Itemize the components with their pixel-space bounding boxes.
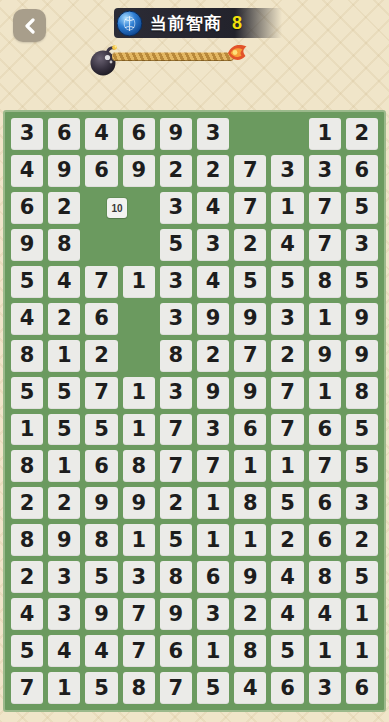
tile[interactable]: 3 (309, 672, 341, 704)
tile[interactable]: 3 (271, 155, 303, 187)
tile[interactable]: 2 (48, 192, 80, 224)
tile[interactable]: 9 (234, 377, 266, 409)
tile[interactable]: 2 (197, 340, 229, 372)
tile[interactable]: 1 (123, 524, 155, 556)
tile[interactable]: 9 (48, 155, 80, 187)
tile[interactable]: 1 (309, 303, 341, 335)
sum-badge: 10 (107, 198, 127, 218)
tile[interactable]: 2 (271, 524, 303, 556)
tile[interactable]: 1 (346, 598, 378, 630)
tile[interactable]: 9 (309, 340, 341, 372)
tile[interactable]: 5 (271, 635, 303, 667)
tile[interactable]: 8 (309, 266, 341, 298)
back-chevron-icon (23, 18, 37, 34)
tile[interactable]: 6 (48, 118, 80, 150)
tile[interactable]: 3 (48, 561, 80, 593)
empty-cell (85, 229, 117, 261)
tile[interactable]: 7 (309, 229, 341, 261)
tile[interactable]: 9 (346, 303, 378, 335)
tile[interactable]: 2 (48, 303, 80, 335)
tile[interactable]: 7 (160, 450, 192, 482)
empty-cell (123, 192, 155, 224)
tile[interactable]: 5 (85, 414, 117, 446)
tile[interactable]: 8 (309, 561, 341, 593)
empty-cell (271, 118, 303, 150)
tile[interactable]: 9 (123, 487, 155, 519)
tile[interactable]: 4 (48, 266, 80, 298)
tile[interactable]: 6 (346, 672, 378, 704)
tile[interactable]: 5 (346, 561, 378, 593)
tile[interactable]: 5 (11, 266, 43, 298)
tile[interactable]: 6 (85, 155, 117, 187)
tile[interactable]: 9 (346, 340, 378, 372)
tile[interactable]: 1 (197, 487, 229, 519)
tile[interactable]: 3 (271, 303, 303, 335)
tile[interactable]: 3 (346, 229, 378, 261)
tile[interactable]: 7 (123, 635, 155, 667)
tile[interactable]: 2 (346, 524, 378, 556)
tile[interactable]: 5 (11, 635, 43, 667)
tile[interactable]: 6 (160, 635, 192, 667)
tile[interactable]: 5 (85, 561, 117, 593)
tile[interactable]: 2 (48, 487, 80, 519)
tile[interactable]: 2 (346, 118, 378, 150)
tile[interactable]: 5 (271, 487, 303, 519)
tile[interactable]: 7 (85, 377, 117, 409)
empty-cell (123, 303, 155, 335)
back-button[interactable] (13, 9, 46, 42)
tile[interactable]: 8 (48, 229, 80, 261)
tile[interactable]: 1 (197, 635, 229, 667)
tile[interactable]: 3 (197, 598, 229, 630)
tile[interactable]: 3 (197, 118, 229, 150)
tile[interactable]: 4 (85, 118, 117, 150)
tile[interactable]: 5 (85, 672, 117, 704)
tile[interactable]: 3 (160, 303, 192, 335)
tile[interactable]: 3 (11, 118, 43, 150)
tile[interactable]: 3 (346, 487, 378, 519)
tile[interactable]: 1 (123, 266, 155, 298)
tile[interactable]: 2 (197, 155, 229, 187)
tile[interactable]: 9 (48, 524, 80, 556)
tile[interactable]: 8 (11, 340, 43, 372)
empty-cell (123, 229, 155, 261)
game-screen: { "game": "make-ten number elimination p… (0, 0, 389, 722)
tile[interactable]: 8 (123, 450, 155, 482)
tile[interactable]: 1 (197, 524, 229, 556)
tile[interactable]: 9 (85, 487, 117, 519)
tile[interactable]: 4 (234, 672, 266, 704)
tile[interactable]: 9 (85, 598, 117, 630)
tile[interactable]: 4 (11, 155, 43, 187)
tile[interactable]: 7 (123, 598, 155, 630)
tile[interactable]: 3 (160, 266, 192, 298)
tile[interactable]: 6 (85, 450, 117, 482)
tile[interactable]: 6 (309, 414, 341, 446)
tile[interactable]: 3 (48, 598, 80, 630)
tile[interactable]: 1 (123, 377, 155, 409)
tile[interactable]: 5 (346, 450, 378, 482)
tile[interactable]: 2 (271, 340, 303, 372)
tile[interactable]: 4 (48, 635, 80, 667)
tile[interactable]: 1 (48, 450, 80, 482)
tile[interactable]: 5 (160, 229, 192, 261)
tile[interactable]: 7 (271, 377, 303, 409)
tile[interactable]: 4 (85, 635, 117, 667)
tile[interactable]: 1 (123, 414, 155, 446)
empty-cell (123, 340, 155, 372)
tile[interactable]: 7 (309, 192, 341, 224)
tile[interactable]: 6 (197, 561, 229, 593)
tile[interactable]: 5 (234, 266, 266, 298)
iq-label: 当前智商 (150, 12, 222, 35)
tile[interactable]: 2 (234, 229, 266, 261)
tile[interactable]: 1 (309, 118, 341, 150)
flame-icon (226, 43, 248, 63)
fuse-timer (88, 40, 252, 78)
tile[interactable]: 7 (309, 450, 341, 482)
tile[interactable]: 7 (234, 340, 266, 372)
tile[interactable]: 6 (123, 118, 155, 150)
tile[interactable]: 9 (123, 155, 155, 187)
tile[interactable]: 2 (85, 340, 117, 372)
tile[interactable]: 1 (234, 524, 266, 556)
tile[interactable]: 3 (197, 414, 229, 446)
tile[interactable]: 2 (11, 561, 43, 593)
tile[interactable]: 4 (271, 598, 303, 630)
tile[interactable]: 8 (11, 450, 43, 482)
tile[interactable]: 6 (309, 524, 341, 556)
tile[interactable]: 1 (48, 340, 80, 372)
tile[interactable]: 5 (48, 377, 80, 409)
tile[interactable]: 5 (346, 414, 378, 446)
tile[interactable]: 6 (11, 192, 43, 224)
tile[interactable]: 7 (85, 266, 117, 298)
iq-status-bar: 当前智商 8 (114, 8, 282, 38)
tile[interactable]: 5 (48, 414, 80, 446)
tile[interactable]: 9 (197, 303, 229, 335)
tile[interactable]: 5 (346, 192, 378, 224)
tile[interactable]: 8 (160, 561, 192, 593)
tile[interactable]: 5 (160, 524, 192, 556)
tile[interactable]: 7 (197, 450, 229, 482)
tile[interactable]: 3 (197, 229, 229, 261)
tile[interactable]: 1 (309, 377, 341, 409)
tile[interactable]: 1 (11, 414, 43, 446)
tile[interactable]: 1 (234, 450, 266, 482)
tile[interactable]: 8 (160, 340, 192, 372)
brain-orb-icon (116, 10, 143, 37)
tile[interactable]: 6 (271, 672, 303, 704)
tile[interactable]: 5 (346, 266, 378, 298)
tile[interactable]: 4 (11, 303, 43, 335)
tile[interactable]: 2 (234, 598, 266, 630)
tile[interactable]: 9 (234, 303, 266, 335)
tile[interactable]: 9 (197, 377, 229, 409)
tile[interactable]: 7 (160, 414, 192, 446)
tile[interactable]: 9 (234, 561, 266, 593)
fuse-rope (112, 52, 234, 61)
tile[interactable]: 6 (234, 414, 266, 446)
tile[interactable]: 1 (271, 450, 303, 482)
tile[interactable]: 8 (234, 635, 266, 667)
tile[interactable]: 9 (160, 598, 192, 630)
tile[interactable]: 7 (11, 672, 43, 704)
tile[interactable]: 4 (309, 598, 341, 630)
tile[interactable]: 7 (160, 672, 192, 704)
tile[interactable]: 5 (11, 377, 43, 409)
tile[interactable]: 6 (346, 155, 378, 187)
tile[interactable]: 7 (271, 414, 303, 446)
empty-cell (234, 118, 266, 150)
tile[interactable]: 5 (271, 266, 303, 298)
tile[interactable]: 4 (197, 192, 229, 224)
tile[interactable]: 1 (48, 672, 80, 704)
tile[interactable]: 5 (197, 672, 229, 704)
tile[interactable]: 4 (11, 598, 43, 630)
tile[interactable]: 3 (123, 561, 155, 593)
tile[interactable]: 9 (11, 229, 43, 261)
board-grid: 3646931249692273366234717598532473547134… (5, 112, 384, 710)
tile[interactable]: 1 (309, 635, 341, 667)
tile[interactable]: 9 (160, 118, 192, 150)
tile[interactable]: 2 (11, 487, 43, 519)
tile[interactable]: 3 (309, 155, 341, 187)
tile[interactable]: 2 (160, 487, 192, 519)
tile[interactable]: 8 (123, 672, 155, 704)
tile[interactable]: 8 (346, 377, 378, 409)
tile[interactable]: 4 (271, 561, 303, 593)
tile[interactable]: 2 (160, 155, 192, 187)
game-board: 3646931249692273366234717598532473547134… (3, 110, 386, 712)
tile[interactable]: 7 (234, 192, 266, 224)
tile[interactable]: 8 (11, 524, 43, 556)
tile[interactable]: 6 (85, 303, 117, 335)
tile[interactable]: 8 (234, 487, 266, 519)
tile[interactable]: 3 (160, 192, 192, 224)
tile[interactable]: 6 (309, 487, 341, 519)
tile[interactable]: 8 (85, 524, 117, 556)
tile[interactable]: 4 (197, 266, 229, 298)
tile[interactable]: 7 (234, 155, 266, 187)
iq-value: 8 (232, 13, 242, 34)
tile[interactable]: 1 (346, 635, 378, 667)
tile[interactable]: 1 (271, 192, 303, 224)
tile[interactable]: 4 (271, 229, 303, 261)
tile[interactable]: 3 (160, 377, 192, 409)
